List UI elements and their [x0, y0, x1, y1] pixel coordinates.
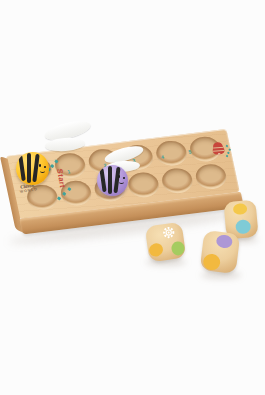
bee-smile [40, 169, 45, 173]
bee-eye [123, 177, 125, 180]
bee-stripe [27, 153, 31, 183]
bee-stripe [99, 168, 106, 192]
bee-eye [118, 175, 120, 178]
sun-icon [164, 227, 174, 237]
bee-smile [119, 180, 124, 184]
product-photo-scene: Start 1 2 3 4 5 Classic WORLD [0, 0, 265, 395]
die-purple-yellow[interactable] [198, 228, 242, 276]
bee-eye [44, 166, 46, 169]
yellow-bee-pawn[interactable] [14, 122, 106, 188]
bee-stripe [108, 166, 112, 194]
purple-bee-body [97, 165, 128, 196]
pit-front-6[interactable] [194, 163, 229, 191]
track-number: 5 [188, 149, 192, 154]
purple-bee-pawn[interactable] [96, 144, 176, 206]
yellow-bee-body [16, 152, 49, 185]
die-sun-yellow-green[interactable] [144, 220, 188, 264]
hive-dot [228, 148, 231, 151]
bee-stripe [18, 155, 26, 181]
bee-stripe [32, 154, 39, 182]
beehive-icon [209, 141, 227, 157]
bee-eye [39, 164, 41, 167]
